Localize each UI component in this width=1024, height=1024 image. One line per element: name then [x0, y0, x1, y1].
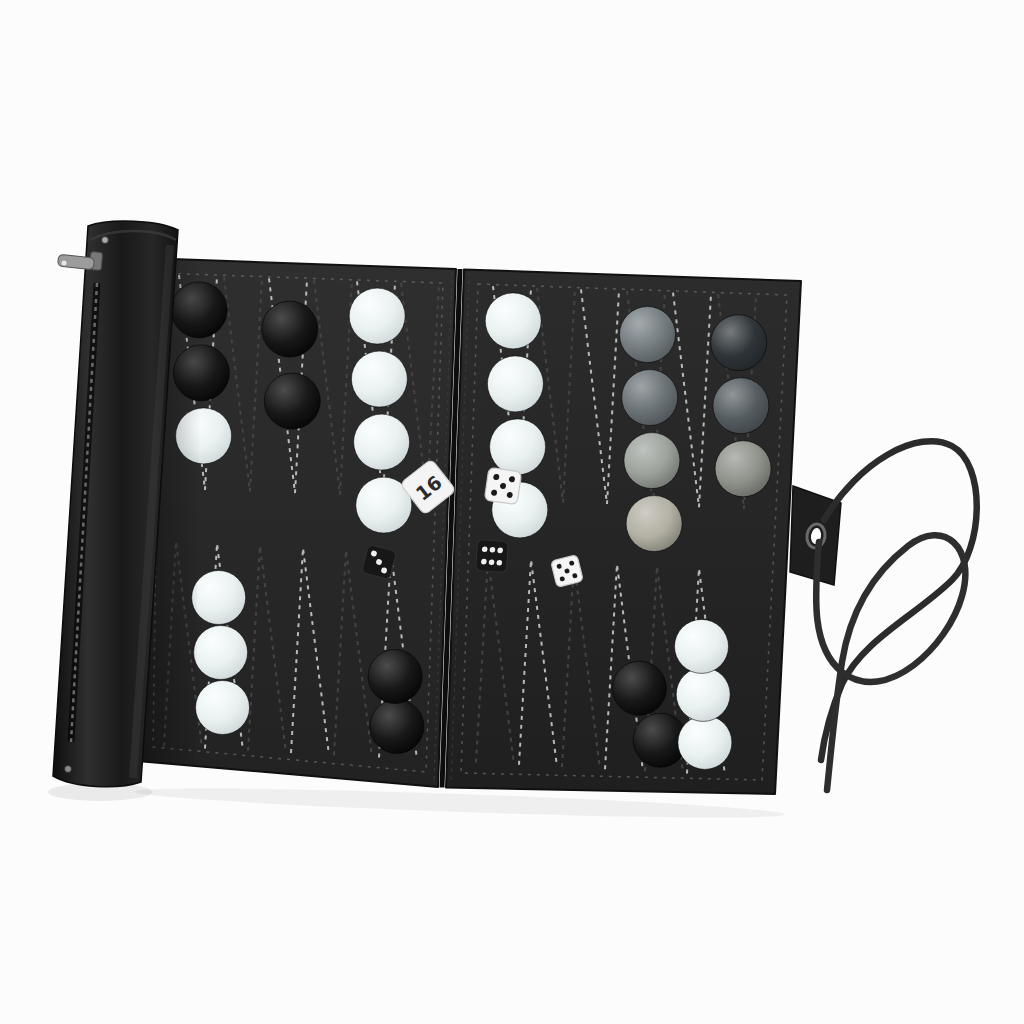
die-white-5: [484, 467, 521, 504]
snap-stud: [102, 237, 109, 244]
checker-white: [487, 356, 543, 412]
checker-white: [676, 667, 730, 721]
checker-white: [354, 414, 410, 470]
checker-white: [351, 351, 407, 407]
checker-black: [620, 307, 676, 363]
checker-black: [626, 496, 682, 552]
checker-white: [349, 288, 405, 344]
checker-white: [196, 680, 250, 734]
checker-black: [624, 433, 680, 489]
backgammon-scene: 16: [0, 0, 1024, 1024]
die-black-6: [475, 539, 508, 572]
checker-white: [194, 625, 248, 679]
checker-black: [262, 301, 318, 357]
zipper-pull-hole: [62, 261, 67, 266]
die-white-5: [551, 555, 584, 588]
checker-black: [368, 649, 422, 703]
product-photo: 16: [0, 0, 1024, 1024]
checker-black: [612, 661, 666, 715]
snap-stud: [65, 766, 72, 773]
checker-black: [715, 441, 771, 497]
checker-white: [678, 715, 732, 769]
checker-black: [713, 378, 769, 434]
checker-black: [370, 699, 424, 753]
checker-white: [485, 293, 541, 349]
checker-black: [711, 315, 767, 371]
checker-black: [622, 370, 678, 426]
checker-white: [675, 619, 729, 673]
die-black-3: [361, 544, 396, 579]
checker-black: [264, 373, 320, 429]
checker-white: [490, 419, 546, 475]
checker-white: [192, 570, 246, 624]
